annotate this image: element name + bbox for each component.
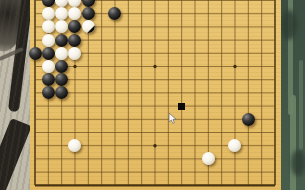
- stone-white: [42, 7, 55, 20]
- bamboo-backdrop: [281, 0, 305, 190]
- bamboo-stalk: [299, 60, 303, 150]
- stone-white: [42, 60, 55, 73]
- stone-black: [242, 113, 255, 126]
- stone-black: [42, 73, 55, 86]
- bamboo-stalk: [290, 95, 296, 190]
- foliage-shadow: [281, 10, 297, 40]
- black-square-marker: [178, 103, 185, 110]
- stone-black: [42, 47, 55, 60]
- go-board[interactable]: [30, 0, 281, 190]
- mouse-cursor: [169, 110, 179, 122]
- stone-white: [55, 47, 68, 60]
- foliage-shadow: [291, 150, 305, 176]
- scroll-painting-backdrop: [0, 0, 30, 190]
- stone-black: [82, 7, 95, 20]
- paper-texture: [0, 0, 30, 190]
- stone-black: [29, 47, 42, 60]
- mouse-cursor-icon: [169, 113, 179, 125]
- video-frame: [0, 0, 305, 190]
- stone-white: [42, 34, 55, 47]
- stone-black: [55, 34, 68, 47]
